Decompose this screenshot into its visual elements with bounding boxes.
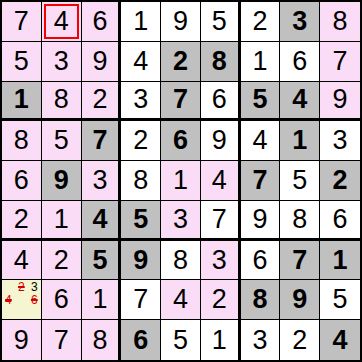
cell-r7c6[interactable]: 3 — [201, 241, 241, 281]
cell-r3c3[interactable]: 2 — [82, 82, 122, 122]
pencil-mark-2-eliminated: 2 — [15, 280, 28, 293]
sudoku-board: 7461952385394281671823765498572694136938… — [0, 0, 362, 362]
cell-r8c5[interactable]: 4 — [161, 280, 201, 320]
cell-r7c9[interactable]: 1 — [320, 241, 360, 281]
pencil-mark-6-eliminated: 6 — [28, 293, 41, 306]
cell-r1c1[interactable]: 7 — [2, 2, 42, 42]
cell-r5c7[interactable]: 7 — [241, 161, 281, 201]
cell-r9c3[interactable]: 8 — [82, 320, 122, 360]
cell-r8c4[interactable]: 7 — [121, 280, 161, 320]
cell-r3c7[interactable]: 5 — [241, 82, 281, 122]
cell-r6c5[interactable]: 3 — [161, 201, 201, 241]
cell-r3c5[interactable]: 7 — [161, 82, 201, 122]
pencil-mark-3: 3 — [28, 280, 41, 293]
cell-r4c9[interactable]: 3 — [320, 121, 360, 161]
cell-r4c5[interactable]: 6 — [161, 121, 201, 161]
cell-r3c6[interactable]: 6 — [201, 82, 241, 122]
cell-r9c4[interactable]: 6 — [121, 320, 161, 360]
cell-r6c1[interactable]: 2 — [2, 201, 42, 241]
cell-r5c6[interactable]: 4 — [201, 161, 241, 201]
cell-r1c6[interactable]: 5 — [201, 2, 241, 42]
cell-r7c2[interactable]: 2 — [42, 241, 82, 281]
cell-r5c1[interactable]: 6 — [2, 161, 42, 201]
cell-r7c5[interactable]: 8 — [161, 241, 201, 281]
cell-r5c9[interactable]: 2 — [320, 161, 360, 201]
cell-r9c2[interactable]: 7 — [42, 320, 82, 360]
cell-r3c9[interactable]: 9 — [320, 82, 360, 122]
cell-r3c8[interactable]: 4 — [280, 82, 320, 122]
cell-r6c4[interactable]: 5 — [121, 201, 161, 241]
cell-r2c6[interactable]: 8 — [201, 42, 241, 82]
cell-r1c7[interactable]: 2 — [241, 2, 281, 42]
cell-r4c8[interactable]: 1 — [280, 121, 320, 161]
cell-r2c9[interactable]: 7 — [320, 42, 360, 82]
cell-r1c4[interactable]: 1 — [121, 2, 161, 42]
cell-r4c3[interactable]: 7 — [82, 121, 122, 161]
cell-r3c4[interactable]: 3 — [121, 82, 161, 122]
cell-r8c6[interactable]: 2 — [201, 280, 241, 320]
cell-r8c2[interactable]: 6 — [42, 280, 82, 320]
cell-r6c9[interactable]: 6 — [320, 201, 360, 241]
cell-r5c2[interactable]: 9 — [42, 161, 82, 201]
cell-r6c2[interactable]: 1 — [42, 201, 82, 241]
cell-r7c8[interactable]: 7 — [280, 241, 320, 281]
cell-r9c9[interactable]: 4 — [320, 320, 360, 360]
cell-r4c2[interactable]: 5 — [42, 121, 82, 161]
pencil-marks: 2346 — [2, 280, 41, 319]
cell-r6c8[interactable]: 8 — [280, 201, 320, 241]
cell-r3c2[interactable]: 8 — [42, 82, 82, 122]
cell-r2c5[interactable]: 2 — [161, 42, 201, 82]
cell-r3c1[interactable]: 1 — [2, 82, 42, 122]
cell-r6c6[interactable]: 7 — [201, 201, 241, 241]
cell-r1c9[interactable]: 8 — [320, 2, 360, 42]
cell-r9c7[interactable]: 3 — [241, 320, 281, 360]
cell-r5c4[interactable]: 8 — [121, 161, 161, 201]
cell-r8c3[interactable]: 1 — [82, 280, 122, 320]
cell-r1c3[interactable]: 6 — [82, 2, 122, 42]
cell-r2c2[interactable]: 3 — [42, 42, 82, 82]
cell-r4c7[interactable]: 4 — [241, 121, 281, 161]
cell-r7c1[interactable]: 4 — [2, 241, 42, 281]
cell-r5c8[interactable]: 5 — [280, 161, 320, 201]
cell-r2c4[interactable]: 4 — [121, 42, 161, 82]
cell-r2c7[interactable]: 1 — [241, 42, 281, 82]
cell-r2c8[interactable]: 6 — [280, 42, 320, 82]
cell-r8c8[interactable]: 9 — [280, 280, 320, 320]
cell-r7c7[interactable]: 6 — [241, 241, 281, 281]
cell-r8c9[interactable]: 5 — [320, 280, 360, 320]
cell-r1c2[interactable]: 4 — [42, 2, 82, 42]
cell-r4c1[interactable]: 8 — [2, 121, 42, 161]
cell-r5c5[interactable]: 1 — [161, 161, 201, 201]
cell-r8c7[interactable]: 8 — [241, 280, 281, 320]
cell-r5c3[interactable]: 3 — [82, 161, 122, 201]
cell-r4c4[interactable]: 2 — [121, 121, 161, 161]
cell-r9c1[interactable]: 9 — [2, 320, 42, 360]
cell-r9c8[interactable]: 2 — [280, 320, 320, 360]
pencil-mark-4-eliminated: 4 — [2, 293, 15, 306]
cell-r4c6[interactable]: 9 — [201, 121, 241, 161]
cell-r9c6[interactable]: 1 — [201, 320, 241, 360]
cell-r2c3[interactable]: 9 — [82, 42, 122, 82]
cell-r1c8[interactable]: 3 — [280, 2, 320, 42]
cell-r1c5[interactable]: 9 — [161, 2, 201, 42]
cell-r7c4[interactable]: 9 — [121, 241, 161, 281]
cell-r6c3[interactable]: 4 — [82, 201, 122, 241]
cell-r8c1[interactable]: 2346 — [2, 280, 42, 320]
cell-r2c1[interactable]: 5 — [2, 42, 42, 82]
cell-r9c5[interactable]: 5 — [161, 320, 201, 360]
cell-r7c3[interactable]: 5 — [82, 241, 122, 281]
cell-r6c7[interactable]: 9 — [241, 201, 281, 241]
